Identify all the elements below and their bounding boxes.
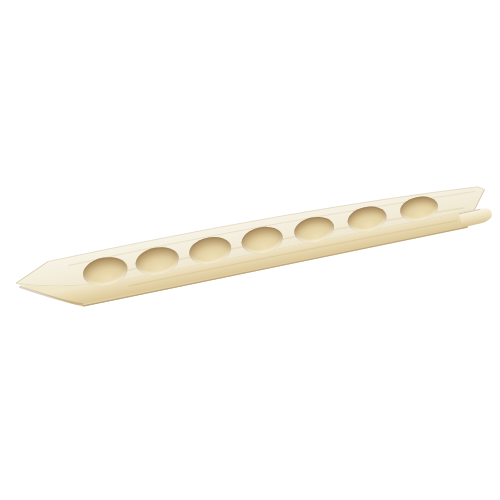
- product-photo-scene: [0, 0, 500, 500]
- pit[interactable]: [345, 203, 388, 235]
- wooden-board: [8, 147, 500, 342]
- pit[interactable]: [398, 193, 440, 224]
